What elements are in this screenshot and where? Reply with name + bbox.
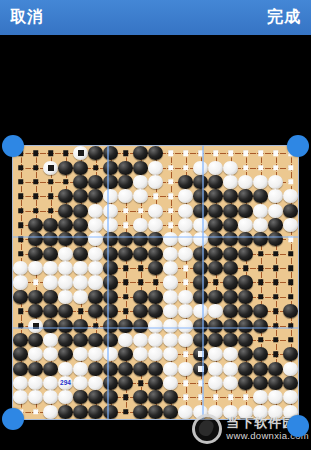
black-stone [118, 319, 133, 333]
black-stone [268, 376, 283, 390]
intersection [178, 405, 193, 419]
white-stone [163, 275, 178, 289]
intersection [223, 390, 238, 404]
black-stone [118, 362, 133, 376]
intersection [118, 261, 133, 275]
intersection [148, 405, 163, 419]
black-stone [88, 304, 103, 318]
black-stone [178, 175, 193, 189]
white-stone [253, 175, 268, 189]
intersection [118, 203, 133, 217]
intersection [103, 189, 118, 203]
white-stone [193, 232, 208, 246]
black-territory-marker [273, 251, 279, 257]
white-stone [193, 304, 208, 318]
intersection [43, 218, 58, 232]
intersection [193, 261, 208, 275]
intersection [133, 376, 148, 390]
intersection [268, 275, 283, 289]
black-stone [283, 304, 298, 318]
white-stone [253, 204, 268, 218]
intersection [103, 304, 118, 318]
intersection [88, 232, 103, 246]
white-territory-marker [243, 150, 249, 156]
white-territory-marker [243, 395, 249, 401]
black-stone [28, 304, 43, 318]
black-territory-marker [18, 308, 24, 314]
intersection [238, 203, 253, 217]
white-stone [193, 218, 208, 232]
intersection [193, 362, 208, 376]
intersection [73, 275, 88, 289]
black-stone [148, 304, 163, 318]
white-stone [163, 232, 178, 246]
crop-handle-bottom-right[interactable] [287, 415, 309, 437]
intersection [73, 390, 88, 404]
black-stone [118, 175, 133, 189]
intersection [103, 390, 118, 404]
white-stone-last-move: 294 [58, 376, 73, 390]
intersection [283, 160, 298, 174]
intersection [238, 304, 253, 318]
intersection [28, 333, 43, 347]
white-stone [28, 376, 43, 390]
intersection [253, 318, 268, 332]
black-stone [223, 232, 238, 246]
intersection [103, 347, 118, 361]
intersection [58, 390, 73, 404]
intersection [73, 333, 88, 347]
intersection [13, 304, 28, 318]
black-stone [268, 218, 283, 232]
black-stone [193, 290, 208, 304]
black-territory-marker [18, 237, 24, 243]
black-territory-marker [18, 251, 24, 257]
intersection [193, 390, 208, 404]
intersection [133, 318, 148, 332]
intersection [283, 189, 298, 203]
intersection [208, 333, 223, 347]
intersection [148, 203, 163, 217]
intersection [268, 146, 283, 160]
intersection [283, 232, 298, 246]
intersection [13, 390, 28, 404]
black-stone [73, 319, 88, 333]
intersection [103, 405, 118, 419]
black-stone [73, 189, 88, 203]
intersection [13, 218, 28, 232]
white-stone [43, 333, 58, 347]
black-stone [133, 362, 148, 376]
intersection [103, 146, 118, 160]
white-territory-marker [228, 395, 234, 401]
black-territory-marker [288, 323, 294, 329]
crop-handle-top-left[interactable] [2, 135, 24, 157]
intersection [133, 247, 148, 261]
intersection [28, 232, 43, 246]
intersection [88, 247, 103, 261]
white-stone [133, 189, 148, 203]
white-stone [268, 390, 283, 404]
black-stone [193, 275, 208, 289]
intersection [58, 232, 73, 246]
intersection [238, 189, 253, 203]
white-territory-marker [183, 150, 189, 156]
black-stone [103, 146, 118, 160]
intersection [73, 160, 88, 174]
intersection [283, 304, 298, 318]
black-stone [238, 362, 253, 376]
intersection [208, 175, 223, 189]
black-stone [193, 333, 208, 347]
dead-white-stone [73, 146, 88, 160]
black-territory-marker [273, 323, 279, 329]
intersection [238, 218, 253, 232]
black-stone [103, 304, 118, 318]
intersection [118, 247, 133, 261]
intersection [208, 247, 223, 261]
intersection [73, 175, 88, 189]
white-territory-marker [123, 222, 129, 228]
black-territory-marker [288, 337, 294, 343]
intersection [163, 347, 178, 361]
white-stone [178, 333, 193, 347]
black-territory-marker [123, 265, 129, 271]
intersection [58, 261, 73, 275]
white-territory-marker [183, 280, 189, 286]
black-stone [43, 218, 58, 232]
black-stone [103, 232, 118, 246]
black-territory-marker [258, 265, 264, 271]
intersection [283, 290, 298, 304]
intersection [13, 275, 28, 289]
intersection [268, 376, 283, 390]
black-territory-marker [18, 208, 24, 214]
intersection [88, 390, 103, 404]
black-stone [133, 161, 148, 175]
white-stone [13, 390, 28, 404]
intersection [283, 218, 298, 232]
black-territory-marker [288, 265, 294, 271]
intersection [133, 275, 148, 289]
cancel-button[interactable]: 取消 [10, 7, 44, 28]
intersection [43, 376, 58, 390]
intersection [163, 175, 178, 189]
intersection [223, 275, 238, 289]
white-territory-marker [273, 165, 279, 171]
intersection [268, 261, 283, 275]
white-stone [223, 362, 238, 376]
white-stone [133, 175, 148, 189]
black-stone [193, 261, 208, 275]
intersection [28, 175, 43, 189]
intersection [283, 390, 298, 404]
white-stone [148, 204, 163, 218]
white-stone [133, 347, 148, 361]
intersection [193, 247, 208, 261]
white-stone [163, 376, 178, 390]
intersection [193, 218, 208, 232]
intersection [13, 261, 28, 275]
intersection [88, 318, 103, 332]
intersection [88, 290, 103, 304]
black-stone [133, 232, 148, 246]
intersection [58, 175, 73, 189]
white-stone [58, 247, 73, 261]
intersection [253, 390, 268, 404]
intersection [208, 304, 223, 318]
black-territory-marker [123, 308, 129, 314]
dead-mark-icon [33, 323, 39, 329]
crop-handle-bottom-left[interactable] [2, 408, 24, 430]
white-stone [163, 247, 178, 261]
black-stone [43, 232, 58, 246]
intersection [58, 218, 73, 232]
intersection [178, 390, 193, 404]
intersection [103, 376, 118, 390]
intersection [133, 203, 148, 217]
intersection [28, 275, 43, 289]
intersection [268, 390, 283, 404]
white-stone [88, 232, 103, 246]
intersection [73, 189, 88, 203]
intersection [58, 189, 73, 203]
white-territory-marker [273, 150, 279, 156]
black-stone [13, 362, 28, 376]
intersection [103, 203, 118, 217]
intersection [13, 203, 28, 217]
intersection [43, 333, 58, 347]
black-stone [118, 247, 133, 261]
intersection [283, 347, 298, 361]
black-stone [253, 347, 268, 361]
intersection [238, 333, 253, 347]
black-stone [238, 204, 253, 218]
black-stone [163, 405, 178, 419]
white-territory-marker [228, 150, 234, 156]
intersection [178, 218, 193, 232]
black-territory-marker [48, 208, 54, 214]
black-stone [148, 247, 163, 261]
intersection [193, 203, 208, 217]
white-stone [118, 189, 133, 203]
black-stone [103, 275, 118, 289]
black-stone [223, 261, 238, 275]
white-stone [58, 390, 73, 404]
white-territory-marker [243, 165, 249, 171]
intersection [118, 175, 133, 189]
intersection [58, 247, 73, 261]
intersection [208, 218, 223, 232]
black-stone [88, 333, 103, 347]
white-stone [43, 275, 58, 289]
white-stone [148, 319, 163, 333]
intersection [148, 232, 163, 246]
white-stone [178, 247, 193, 261]
white-stone [193, 161, 208, 175]
black-stone [223, 247, 238, 261]
intersection [178, 333, 193, 347]
intersection [148, 347, 163, 361]
intersection [28, 376, 43, 390]
black-stone [133, 146, 148, 160]
intersection [238, 146, 253, 160]
intersection [73, 290, 88, 304]
black-stone [103, 261, 118, 275]
intersection [163, 405, 178, 419]
intersection [148, 160, 163, 174]
intersection [178, 175, 193, 189]
intersection [223, 318, 238, 332]
intersection [88, 275, 103, 289]
intersection [118, 304, 133, 318]
black-stone [253, 362, 268, 376]
white-territory-marker [213, 150, 219, 156]
intersection [103, 175, 118, 189]
black-territory-marker [48, 194, 54, 200]
intersection [178, 347, 193, 361]
intersection [193, 232, 208, 246]
intersection [148, 333, 163, 347]
white-stone [223, 347, 238, 361]
intersection [118, 318, 133, 332]
intersection [178, 362, 193, 376]
black-stone [193, 247, 208, 261]
intersection [43, 175, 58, 189]
intersection [163, 290, 178, 304]
intersection [28, 247, 43, 261]
intersection [238, 376, 253, 390]
intersection [238, 160, 253, 174]
black-territory-marker [33, 194, 39, 200]
intersection [28, 390, 43, 404]
black-stone [133, 290, 148, 304]
white-territory-marker [123, 208, 129, 214]
intersection [163, 160, 178, 174]
black-stone [118, 161, 133, 175]
black-stone [238, 376, 253, 390]
black-territory-marker [123, 150, 129, 156]
white-stone [88, 247, 103, 261]
white-stone [13, 376, 28, 390]
intersection [223, 189, 238, 203]
crop-handle-top-right[interactable] [287, 135, 309, 157]
white-territory-marker [183, 395, 189, 401]
black-stone [208, 319, 223, 333]
intersection [43, 318, 58, 332]
intersection [13, 333, 28, 347]
black-stone [148, 405, 163, 419]
intersection [148, 304, 163, 318]
intersection [193, 376, 208, 390]
black-stone [268, 362, 283, 376]
black-stone [268, 232, 283, 246]
intersection [43, 275, 58, 289]
white-stone [283, 189, 298, 203]
black-stone [58, 319, 73, 333]
white-stone [73, 290, 88, 304]
intersection [88, 333, 103, 347]
white-stone [13, 275, 28, 289]
black-stone [223, 218, 238, 232]
intersection [223, 160, 238, 174]
intersection [133, 232, 148, 246]
intersection [178, 189, 193, 203]
white-stone [163, 261, 178, 275]
intersection [253, 333, 268, 347]
black-stone [103, 376, 118, 390]
intersection [118, 160, 133, 174]
black-stone [133, 304, 148, 318]
intersection [43, 290, 58, 304]
black-stone [208, 247, 223, 261]
intersection [43, 203, 58, 217]
intersection [133, 261, 148, 275]
intersection [193, 189, 208, 203]
intersection [148, 247, 163, 261]
intersection [223, 247, 238, 261]
black-territory-marker [48, 179, 54, 185]
white-territory-marker [138, 208, 144, 214]
black-territory-marker [273, 265, 279, 271]
black-stone [208, 232, 223, 246]
black-stone [28, 333, 43, 347]
black-territory-marker [123, 294, 129, 300]
top-bar: 取消 完成 [0, 0, 311, 35]
intersection [88, 362, 103, 376]
black-stone [133, 247, 148, 261]
dead-black-stone [193, 362, 208, 376]
intersection [238, 390, 253, 404]
white-stone [178, 362, 193, 376]
black-stone [223, 319, 238, 333]
intersection [13, 318, 28, 332]
black-stone [253, 189, 268, 203]
black-stone [148, 362, 163, 376]
white-stone [283, 218, 298, 232]
black-stone [238, 247, 253, 261]
black-stone [73, 218, 88, 232]
white-stone [13, 261, 28, 275]
intersection [73, 318, 88, 332]
black-stone [73, 333, 88, 347]
intersection [253, 203, 268, 217]
intersection [13, 247, 28, 261]
intersection [148, 218, 163, 232]
black-stone [193, 204, 208, 218]
white-stone [163, 347, 178, 361]
done-button[interactable]: 完成 [267, 7, 301, 28]
intersection [268, 189, 283, 203]
black-stone [73, 247, 88, 261]
black-stone [238, 290, 253, 304]
white-stone [268, 189, 283, 203]
intersection [253, 261, 268, 275]
black-stone [43, 290, 58, 304]
black-stone [103, 290, 118, 304]
intersection: 294 [58, 376, 73, 390]
white-territory-marker [198, 380, 204, 386]
intersection [88, 405, 103, 419]
intersection [88, 203, 103, 217]
intersection [103, 318, 118, 332]
black-stone [73, 390, 88, 404]
intersection [163, 362, 178, 376]
black-territory-marker [273, 280, 279, 286]
white-stone [283, 362, 298, 376]
white-stone [73, 261, 88, 275]
black-territory-marker [93, 323, 99, 329]
